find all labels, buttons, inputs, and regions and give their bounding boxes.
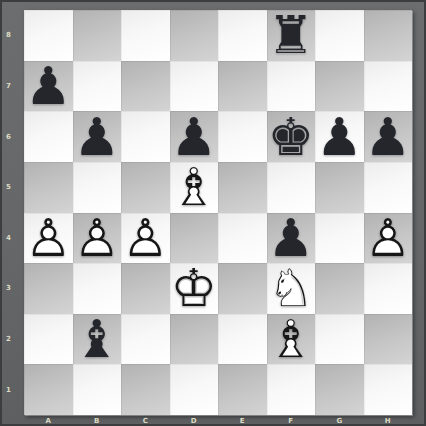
black-pawn-piece[interactable]: ♟ <box>315 111 364 162</box>
chess-board: ♜♟♟♟♚♟♟♝♗♟♙♟♙♟♙♟♟♙♚♔♞♘♝♝♗ <box>24 10 412 415</box>
square-g4[interactable] <box>315 213 364 264</box>
square-c7[interactable] <box>121 61 170 112</box>
square-b3[interactable] <box>73 263 122 314</box>
square-b7[interactable] <box>73 61 122 112</box>
square-e5[interactable] <box>218 162 267 213</box>
square-b6[interactable]: ♟ <box>73 111 122 162</box>
square-g8[interactable] <box>315 10 364 61</box>
square-b5[interactable] <box>73 162 122 213</box>
square-f3[interactable]: ♞♘ <box>267 263 316 314</box>
square-f6[interactable]: ♚ <box>267 111 316 162</box>
square-c6[interactable] <box>121 111 170 162</box>
square-e1[interactable] <box>218 364 267 415</box>
file-label-b: B <box>73 414 122 426</box>
rank-labels: 87654321 <box>2 10 24 415</box>
square-g7[interactable] <box>315 61 364 112</box>
chess-board-frame: 87654321 ♜♟♟♟♚♟♟♝♗♟♙♟♙♟♙♟♟♙♚♔♞♘♝♝♗ ABCDE… <box>0 0 426 426</box>
square-f2[interactable]: ♝♗ <box>267 314 316 365</box>
square-h4[interactable]: ♟♙ <box>364 213 413 264</box>
square-c4[interactable]: ♟♙ <box>121 213 170 264</box>
file-label-h: H <box>364 414 413 426</box>
black-pawn-piece[interactable]: ♟ <box>73 111 122 162</box>
white-pawn-piece[interactable]: ♟♙ <box>121 213 170 264</box>
square-d3[interactable]: ♚♔ <box>170 263 219 314</box>
rank-label-4: 4 <box>2 213 24 264</box>
square-h7[interactable] <box>364 61 413 112</box>
square-f5[interactable] <box>267 162 316 213</box>
square-g6[interactable]: ♟ <box>315 111 364 162</box>
rank-label-2: 2 <box>2 314 24 365</box>
file-labels: ABCDEFGH <box>24 414 412 426</box>
square-a5[interactable] <box>24 162 73 213</box>
white-pawn-piece[interactable]: ♟♙ <box>73 213 122 264</box>
square-h5[interactable] <box>364 162 413 213</box>
rank-label-8: 8 <box>2 10 24 61</box>
square-a8[interactable] <box>24 10 73 61</box>
rank-label-5: 5 <box>2 162 24 213</box>
square-d6[interactable]: ♟ <box>170 111 219 162</box>
square-e4[interactable] <box>218 213 267 264</box>
square-b1[interactable] <box>73 364 122 415</box>
square-b2[interactable]: ♝ <box>73 314 122 365</box>
file-label-a: A <box>24 414 73 426</box>
square-e8[interactable] <box>218 10 267 61</box>
square-h2[interactable] <box>364 314 413 365</box>
square-c1[interactable] <box>121 364 170 415</box>
square-h3[interactable] <box>364 263 413 314</box>
black-bishop-piece[interactable]: ♝ <box>73 314 122 365</box>
square-b8[interactable] <box>73 10 122 61</box>
square-a4[interactable]: ♟♙ <box>24 213 73 264</box>
square-g1[interactable] <box>315 364 364 415</box>
black-rook-piece[interactable]: ♜ <box>267 10 316 61</box>
black-pawn-piece[interactable]: ♟ <box>267 213 316 264</box>
square-h6[interactable]: ♟ <box>364 111 413 162</box>
square-d5[interactable]: ♝♗ <box>170 162 219 213</box>
square-c2[interactable] <box>121 314 170 365</box>
square-e3[interactable] <box>218 263 267 314</box>
rank-label-6: 6 <box>2 111 24 162</box>
square-g5[interactable] <box>315 162 364 213</box>
rank-label-7: 7 <box>2 61 24 112</box>
square-d2[interactable] <box>170 314 219 365</box>
square-e7[interactable] <box>218 61 267 112</box>
white-bishop-piece[interactable]: ♝♗ <box>267 314 316 365</box>
square-d8[interactable] <box>170 10 219 61</box>
square-d1[interactable] <box>170 364 219 415</box>
white-pawn-piece[interactable]: ♟♙ <box>364 213 413 264</box>
square-g3[interactable] <box>315 263 364 314</box>
square-d7[interactable] <box>170 61 219 112</box>
file-label-c: C <box>121 414 170 426</box>
black-pawn-piece[interactable]: ♟ <box>170 111 219 162</box>
file-label-g: G <box>315 414 364 426</box>
black-pawn-piece[interactable]: ♟ <box>364 111 413 162</box>
square-e6[interactable] <box>218 111 267 162</box>
white-bishop-piece[interactable]: ♝♗ <box>170 162 219 213</box>
square-f1[interactable] <box>267 364 316 415</box>
square-f8[interactable]: ♜ <box>267 10 316 61</box>
square-g2[interactable] <box>315 314 364 365</box>
rank-label-1: 1 <box>2 364 24 415</box>
square-h8[interactable] <box>364 10 413 61</box>
square-b4[interactable]: ♟♙ <box>73 213 122 264</box>
file-label-d: D <box>170 414 219 426</box>
square-f7[interactable] <box>267 61 316 112</box>
square-a7[interactable]: ♟ <box>24 61 73 112</box>
white-pawn-piece[interactable]: ♟♙ <box>24 213 73 264</box>
square-a2[interactable] <box>24 314 73 365</box>
rank-label-3: 3 <box>2 263 24 314</box>
square-c8[interactable] <box>121 10 170 61</box>
square-e2[interactable] <box>218 314 267 365</box>
square-d4[interactable] <box>170 213 219 264</box>
square-a6[interactable] <box>24 111 73 162</box>
black-pawn-piece[interactable]: ♟ <box>24 61 73 112</box>
square-c3[interactable] <box>121 263 170 314</box>
square-f4[interactable]: ♟ <box>267 213 316 264</box>
file-label-e: E <box>218 414 267 426</box>
white-king-piece[interactable]: ♚♔ <box>170 263 219 314</box>
black-king-piece[interactable]: ♚ <box>267 111 316 162</box>
file-label-f: F <box>267 414 316 426</box>
square-a1[interactable] <box>24 364 73 415</box>
square-c5[interactable] <box>121 162 170 213</box>
square-a3[interactable] <box>24 263 73 314</box>
square-h1[interactable] <box>364 364 413 415</box>
white-knight-piece[interactable]: ♞♘ <box>267 263 316 314</box>
